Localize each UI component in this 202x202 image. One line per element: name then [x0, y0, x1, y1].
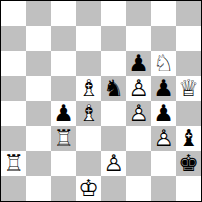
- white-pawn-outline-icon: ♙: [126, 76, 151, 101]
- black-pawn-icon: ♟: [151, 76, 176, 101]
- square-a2[interactable]: ♜♖: [1, 151, 26, 176]
- square-f5[interactable]: ♟♙: [126, 76, 151, 101]
- square-g1[interactable]: [151, 176, 176, 201]
- square-b6[interactable]: [26, 51, 51, 76]
- square-g4[interactable]: ♟: [151, 101, 176, 126]
- white-rook-icon: ♜: [51, 126, 76, 151]
- white-rook-outline-icon: ♖: [51, 126, 76, 151]
- square-b7[interactable]: [26, 26, 51, 51]
- square-h5[interactable]: ♛♕: [176, 76, 201, 101]
- square-b3[interactable]: [26, 126, 51, 151]
- square-b4[interactable]: [26, 101, 51, 126]
- square-f6[interactable]: ♟: [126, 51, 151, 76]
- square-e1[interactable]: [101, 176, 126, 201]
- white-pawn-icon: ♟: [126, 101, 151, 126]
- chess-board: ♟♞♘♝♗♞♟♙♟♛♕♟♝♗♟♙♟♜♖♟♙♝♜♖♟♙♚♚♔: [0, 0, 202, 202]
- white-queen-icon: ♛: [176, 76, 201, 101]
- square-e8[interactable]: [101, 1, 126, 26]
- white-pawn-icon: ♟: [126, 76, 151, 101]
- square-f1[interactable]: [126, 176, 151, 201]
- square-a7[interactable]: [1, 26, 26, 51]
- white-pawn-outline-icon: ♙: [101, 151, 126, 176]
- square-b1[interactable]: [26, 176, 51, 201]
- white-bishop-outline-icon: ♗: [76, 76, 101, 101]
- square-g3[interactable]: ♟♙: [151, 126, 176, 151]
- square-d4[interactable]: ♝♗: [76, 101, 101, 126]
- white-knight-outline-icon: ♘: [151, 51, 176, 76]
- square-h6[interactable]: [176, 51, 201, 76]
- square-e7[interactable]: [101, 26, 126, 51]
- square-d2[interactable]: [76, 151, 101, 176]
- square-f3[interactable]: [126, 126, 151, 151]
- square-h7[interactable]: [176, 26, 201, 51]
- square-e4[interactable]: [101, 101, 126, 126]
- square-d3[interactable]: [76, 126, 101, 151]
- square-f2[interactable]: [126, 151, 151, 176]
- square-a5[interactable]: [1, 76, 26, 101]
- black-pawn-icon: ♟: [126, 51, 151, 76]
- black-pawn-icon: ♟: [51, 101, 76, 126]
- black-pawn-icon: ♟: [151, 101, 176, 126]
- square-f8[interactable]: [126, 1, 151, 26]
- square-e3[interactable]: [101, 126, 126, 151]
- square-c2[interactable]: [51, 151, 76, 176]
- square-c8[interactable]: [51, 1, 76, 26]
- square-c5[interactable]: [51, 76, 76, 101]
- square-e6[interactable]: [101, 51, 126, 76]
- white-bishop-icon: ♝: [76, 76, 101, 101]
- square-d5[interactable]: ♝♗: [76, 76, 101, 101]
- white-bishop-icon: ♝: [76, 101, 101, 126]
- square-d8[interactable]: [76, 1, 101, 26]
- square-h1[interactable]: [176, 176, 201, 201]
- square-e2[interactable]: ♟♙: [101, 151, 126, 176]
- square-d7[interactable]: [76, 26, 101, 51]
- square-a1[interactable]: [1, 176, 26, 201]
- square-a3[interactable]: [1, 126, 26, 151]
- square-d1[interactable]: ♚♔: [76, 176, 101, 201]
- square-g6[interactable]: ♞♘: [151, 51, 176, 76]
- square-f4[interactable]: ♟♙: [126, 101, 151, 126]
- white-rook-icon: ♜: [1, 151, 26, 176]
- black-king-icon: ♚: [176, 151, 201, 176]
- square-b2[interactable]: [26, 151, 51, 176]
- white-rook-outline-icon: ♖: [1, 151, 26, 176]
- square-b5[interactable]: [26, 76, 51, 101]
- square-c7[interactable]: [51, 26, 76, 51]
- square-c1[interactable]: [51, 176, 76, 201]
- square-a6[interactable]: [1, 51, 26, 76]
- square-c4[interactable]: ♟: [51, 101, 76, 126]
- white-queen-outline-icon: ♕: [176, 76, 201, 101]
- white-knight-icon: ♞: [151, 51, 176, 76]
- square-h3[interactable]: ♝: [176, 126, 201, 151]
- square-h2[interactable]: ♚: [176, 151, 201, 176]
- square-g2[interactable]: [151, 151, 176, 176]
- square-f7[interactable]: [126, 26, 151, 51]
- black-knight-icon: ♞: [101, 76, 126, 101]
- square-d6[interactable]: [76, 51, 101, 76]
- square-h4[interactable]: [176, 101, 201, 126]
- square-c6[interactable]: [51, 51, 76, 76]
- square-e5[interactable]: ♞: [101, 76, 126, 101]
- white-king-icon: ♚: [76, 176, 101, 201]
- white-pawn-icon: ♟: [151, 126, 176, 151]
- white-bishop-outline-icon: ♗: [76, 101, 101, 126]
- white-king-outline-icon: ♔: [76, 176, 101, 201]
- square-b8[interactable]: [26, 1, 51, 26]
- square-g7[interactable]: [151, 26, 176, 51]
- white-pawn-outline-icon: ♙: [151, 126, 176, 151]
- white-pawn-icon: ♟: [101, 151, 126, 176]
- square-g8[interactable]: [151, 1, 176, 26]
- square-a4[interactable]: [1, 101, 26, 126]
- square-a8[interactable]: [1, 1, 26, 26]
- square-g5[interactable]: ♟: [151, 76, 176, 101]
- square-c3[interactable]: ♜♖: [51, 126, 76, 151]
- black-bishop-icon: ♝: [176, 126, 201, 151]
- white-pawn-outline-icon: ♙: [126, 101, 151, 126]
- square-h8[interactable]: [176, 1, 201, 26]
